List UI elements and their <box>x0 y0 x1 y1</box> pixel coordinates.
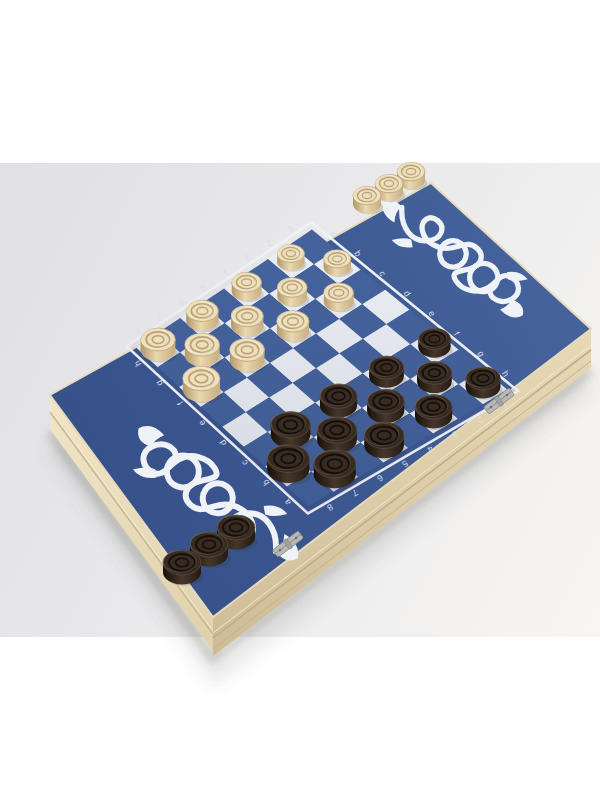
checker-piece-light[interactable] <box>353 186 383 214</box>
checker-piece-light[interactable] <box>232 272 264 302</box>
checker-piece-dark[interactable] <box>267 445 312 485</box>
checker-piece-dark[interactable] <box>466 367 503 400</box>
checker-piece-light[interactable] <box>183 366 223 403</box>
checker-piece-dark[interactable] <box>369 356 406 389</box>
checker-piece-dark[interactable] <box>415 395 455 430</box>
checker-piece-light[interactable] <box>231 305 266 337</box>
checker-piece-light[interactable] <box>277 245 306 272</box>
checker-piece-light[interactable] <box>324 250 353 277</box>
checker-piece-light[interactable] <box>277 311 312 343</box>
checker-piece-dark[interactable] <box>367 389 407 424</box>
checker-piece-dark[interactable] <box>317 417 360 454</box>
checker-piece-dark[interactable] <box>320 384 360 419</box>
checker-piece-dark[interactable] <box>163 550 204 586</box>
checker-piece-light[interactable] <box>185 333 222 367</box>
checker-piece-dark[interactable] <box>364 422 407 459</box>
checker-piece-light[interactable] <box>186 300 221 332</box>
checker-piece-light[interactable] <box>277 278 309 308</box>
checker-piece-dark[interactable] <box>314 450 359 490</box>
checker-piece-dark[interactable] <box>271 412 314 449</box>
checker-piece-dark[interactable] <box>418 328 453 358</box>
checkers-board-photo: 1122334455667788ahbgcfdeedfcgbha <box>0 0 600 800</box>
checker-piece-dark[interactable] <box>417 361 454 394</box>
checker-piece-light[interactable] <box>324 283 356 313</box>
checker-piece-light[interactable] <box>141 328 178 362</box>
checker-piece-light[interactable] <box>230 339 267 373</box>
